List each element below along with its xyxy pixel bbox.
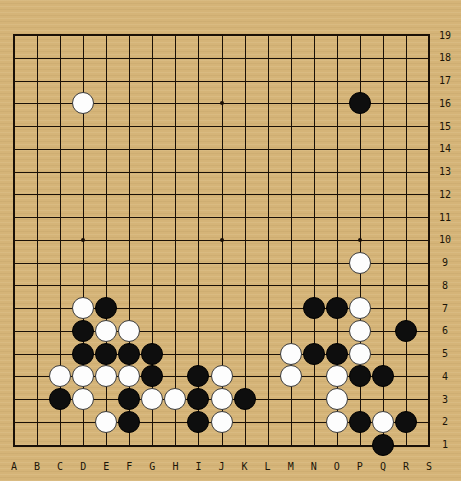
column-label-C: C [50, 460, 70, 473]
stone-black-Q4[interactable] [372, 365, 394, 387]
row-label-10: 10 [433, 233, 457, 246]
column-label-D: D [73, 460, 93, 473]
stone-white-P6[interactable] [349, 320, 371, 342]
row-label-1: 1 [433, 438, 457, 451]
row-label-8: 8 [433, 279, 457, 292]
column-label-L: L [258, 460, 278, 473]
stone-black-Q1[interactable] [372, 434, 394, 456]
column-label-A: A [4, 460, 24, 473]
row-label-12: 12 [433, 188, 457, 201]
row-label-15: 15 [433, 120, 457, 133]
stone-black-G4[interactable] [141, 365, 163, 387]
row-label-17: 17 [433, 74, 457, 87]
stone-black-E7[interactable] [95, 297, 117, 319]
stone-white-P7[interactable] [349, 297, 371, 319]
stone-white-M4[interactable] [280, 365, 302, 387]
stone-black-O5[interactable] [326, 343, 348, 365]
stone-white-F6[interactable] [118, 320, 140, 342]
stone-black-F5[interactable] [118, 343, 140, 365]
stone-black-I3[interactable] [187, 388, 209, 410]
star-point-P10 [358, 238, 362, 242]
stone-white-O4[interactable] [326, 365, 348, 387]
stone-black-F3[interactable] [118, 388, 140, 410]
stone-white-J2[interactable] [211, 411, 233, 433]
column-label-S: S [419, 460, 439, 473]
stone-black-G5[interactable] [141, 343, 163, 365]
stone-black-N7[interactable] [303, 297, 325, 319]
column-label-J: J [212, 460, 232, 473]
column-label-I: I [188, 460, 208, 473]
column-label-F: F [119, 460, 139, 473]
stone-black-D6[interactable] [72, 320, 94, 342]
stone-white-G3[interactable] [141, 388, 163, 410]
row-label-16: 16 [433, 97, 457, 110]
column-label-E: E [96, 460, 116, 473]
row-label-9: 9 [433, 256, 457, 269]
stone-white-J4[interactable] [211, 365, 233, 387]
row-label-7: 7 [433, 302, 457, 315]
row-label-3: 3 [433, 393, 457, 406]
stone-black-C3[interactable] [49, 388, 71, 410]
column-label-P: P [350, 460, 370, 473]
stone-white-P5[interactable] [349, 343, 371, 365]
stone-white-C4[interactable] [49, 365, 71, 387]
stone-white-P9[interactable] [349, 252, 371, 274]
row-label-18: 18 [433, 51, 457, 64]
stone-white-M5[interactable] [280, 343, 302, 365]
stone-white-D3[interactable] [72, 388, 94, 410]
stone-white-E4[interactable] [95, 365, 117, 387]
row-label-6: 6 [433, 324, 457, 337]
stone-white-E2[interactable] [95, 411, 117, 433]
star-point-D10 [81, 238, 85, 242]
stone-black-E5[interactable] [95, 343, 117, 365]
stone-black-D5[interactable] [72, 343, 94, 365]
stone-black-P4[interactable] [349, 365, 371, 387]
row-label-5: 5 [433, 347, 457, 360]
stone-black-I4[interactable] [187, 365, 209, 387]
star-point-J10 [220, 238, 224, 242]
stone-black-N5[interactable] [303, 343, 325, 365]
stone-white-O3[interactable] [326, 388, 348, 410]
stone-black-O7[interactable] [326, 297, 348, 319]
stone-black-F2[interactable] [118, 411, 140, 433]
stone-black-R2[interactable] [395, 411, 417, 433]
column-label-G: G [142, 460, 162, 473]
stone-black-K3[interactable] [234, 388, 256, 410]
row-label-2: 2 [433, 415, 457, 428]
stone-white-H3[interactable] [164, 388, 186, 410]
stone-black-P2[interactable] [349, 411, 371, 433]
stone-white-D7[interactable] [72, 297, 94, 319]
stone-white-D16[interactable] [72, 92, 94, 114]
stone-white-Q2[interactable] [372, 411, 394, 433]
column-label-Q: Q [373, 460, 393, 473]
stone-black-P16[interactable] [349, 92, 371, 114]
row-label-19: 19 [433, 29, 457, 42]
stone-black-R6[interactable] [395, 320, 417, 342]
column-label-O: O [327, 460, 347, 473]
row-label-4: 4 [433, 370, 457, 383]
go-board[interactable]: ABCDEFGHIJKLMNOPQRS 19181716151413121110… [0, 0, 461, 481]
row-label-14: 14 [433, 142, 457, 155]
column-label-H: H [165, 460, 185, 473]
star-point-J16 [220, 101, 224, 105]
row-label-11: 11 [433, 211, 457, 224]
stone-white-F4[interactable] [118, 365, 140, 387]
stone-black-I2[interactable] [187, 411, 209, 433]
row-label-13: 13 [433, 165, 457, 178]
column-label-N: N [304, 460, 324, 473]
stone-white-O2[interactable] [326, 411, 348, 433]
column-label-K: K [235, 460, 255, 473]
stone-white-D4[interactable] [72, 365, 94, 387]
column-label-R: R [396, 460, 416, 473]
stone-white-J3[interactable] [211, 388, 233, 410]
column-label-M: M [281, 460, 301, 473]
column-label-B: B [27, 460, 47, 473]
stone-white-E6[interactable] [95, 320, 117, 342]
